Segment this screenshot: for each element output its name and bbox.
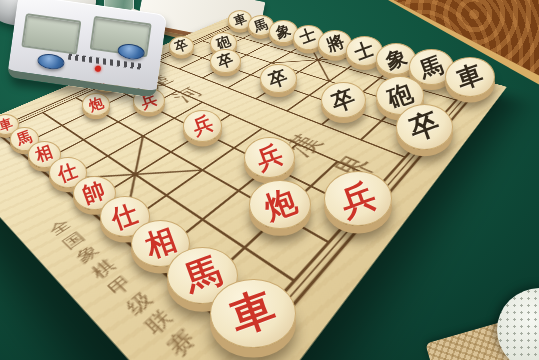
game-clock — [7, 0, 167, 98]
porcelain-lid — [497, 288, 539, 360]
photo-scene: 楚河漢界全国象棋甲级联赛 車馬象士將士象馬車砲砲卒卒卒卒卒兵兵兵兵兵炮炮車馬相仕… — [0, 0, 539, 360]
